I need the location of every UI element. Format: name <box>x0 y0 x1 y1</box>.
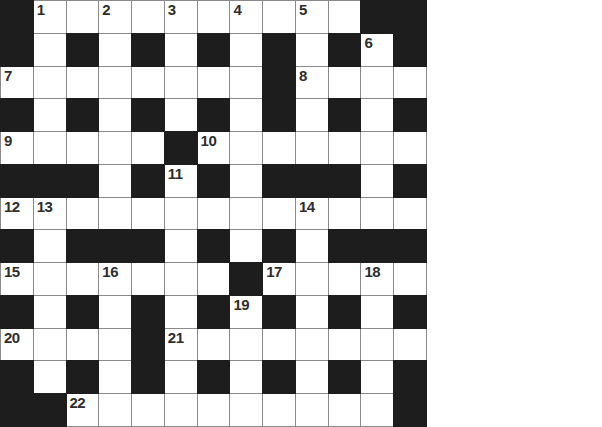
white-cell[interactable] <box>132 1 164 33</box>
black-cell <box>198 34 230 66</box>
white-cell[interactable] <box>296 230 328 262</box>
crossword-grid: 12345678910111213141516171819202122 <box>0 0 427 427</box>
white-cell[interactable] <box>263 329 295 361</box>
clue-number: 10 <box>201 133 217 149</box>
clue-number: 8 <box>299 68 307 84</box>
white-cell[interactable]: 18 <box>361 263 393 295</box>
white-cell[interactable] <box>361 132 393 164</box>
clue-number: 9 <box>4 133 12 149</box>
black-cell <box>132 296 164 328</box>
clue-number: 4 <box>233 2 241 18</box>
white-cell[interactable] <box>230 34 262 66</box>
clue-number: 7 <box>4 68 12 84</box>
white-cell[interactable]: 6 <box>361 34 393 66</box>
clue-number: 20 <box>4 330 20 346</box>
white-cell[interactable] <box>34 132 66 164</box>
black-cell <box>67 296 99 328</box>
black-cell <box>296 165 328 197</box>
clue-number: 22 <box>70 395 86 411</box>
black-cell <box>1 230 33 262</box>
black-cell <box>263 67 295 99</box>
white-cell[interactable] <box>296 361 328 393</box>
white-cell[interactable]: 8 <box>296 67 328 99</box>
white-cell[interactable]: 4 <box>230 1 262 33</box>
black-cell <box>263 165 295 197</box>
white-cell[interactable] <box>361 361 393 393</box>
clue-number: 19 <box>233 297 249 313</box>
white-cell[interactable] <box>329 263 361 295</box>
black-cell <box>132 34 164 66</box>
white-cell[interactable] <box>263 394 295 426</box>
white-cell[interactable]: 14 <box>296 198 328 230</box>
white-cell[interactable] <box>132 132 164 164</box>
white-cell[interactable] <box>394 132 426 164</box>
white-cell[interactable]: 20 <box>1 329 33 361</box>
black-cell <box>198 296 230 328</box>
white-cell[interactable] <box>99 361 131 393</box>
black-cell <box>67 230 99 262</box>
black-cell <box>361 230 393 262</box>
black-cell <box>329 99 361 131</box>
black-cell <box>263 361 295 393</box>
black-cell <box>394 296 426 328</box>
black-cell <box>198 230 230 262</box>
white-cell[interactable] <box>99 198 131 230</box>
black-cell <box>34 394 66 426</box>
clue-number: 18 <box>364 264 380 280</box>
white-cell[interactable] <box>394 67 426 99</box>
black-cell <box>329 165 361 197</box>
white-cell[interactable] <box>132 394 164 426</box>
white-cell[interactable] <box>198 1 230 33</box>
white-cell[interactable] <box>165 67 197 99</box>
clue-number: 3 <box>168 2 176 18</box>
white-cell[interactable] <box>361 165 393 197</box>
clue-number: 1 <box>37 2 45 18</box>
black-cell <box>329 361 361 393</box>
clue-number: 12 <box>4 199 20 215</box>
black-cell <box>165 132 197 164</box>
white-cell[interactable] <box>34 67 66 99</box>
black-cell <box>394 34 426 66</box>
clue-number: 21 <box>168 330 184 346</box>
white-cell[interactable] <box>34 34 66 66</box>
white-cell[interactable] <box>99 99 131 131</box>
black-cell <box>394 1 426 33</box>
white-cell[interactable]: 9 <box>1 132 33 164</box>
black-cell <box>329 296 361 328</box>
black-cell <box>132 230 164 262</box>
white-cell[interactable] <box>361 198 393 230</box>
black-cell <box>263 296 295 328</box>
clue-number: 17 <box>266 264 282 280</box>
white-cell[interactable]: 5 <box>296 1 328 33</box>
white-cell[interactable] <box>230 361 262 393</box>
black-cell <box>394 99 426 131</box>
black-cell <box>329 230 361 262</box>
white-cell[interactable] <box>165 230 197 262</box>
white-cell[interactable] <box>296 329 328 361</box>
black-cell <box>67 165 99 197</box>
white-cell[interactable] <box>34 296 66 328</box>
white-cell[interactable] <box>34 329 66 361</box>
black-cell <box>132 165 164 197</box>
white-cell[interactable]: 19 <box>230 296 262 328</box>
white-cell[interactable] <box>34 361 66 393</box>
clue-number: 14 <box>299 199 315 215</box>
black-cell <box>198 361 230 393</box>
black-cell <box>230 263 262 295</box>
white-cell[interactable] <box>165 394 197 426</box>
black-cell <box>394 165 426 197</box>
white-cell[interactable] <box>99 67 131 99</box>
black-cell <box>1 34 33 66</box>
white-cell[interactable] <box>99 132 131 164</box>
white-cell[interactable] <box>329 394 361 426</box>
black-cell <box>263 230 295 262</box>
white-cell[interactable] <box>67 329 99 361</box>
black-cell <box>1 99 33 131</box>
white-cell[interactable] <box>296 296 328 328</box>
clue-number: 5 <box>299 2 307 18</box>
white-cell[interactable] <box>34 99 66 131</box>
white-cell[interactable] <box>394 329 426 361</box>
clue-number: 11 <box>168 166 183 182</box>
white-cell[interactable]: 17 <box>263 263 295 295</box>
white-cell[interactable]: 11 <box>165 165 197 197</box>
black-cell <box>67 99 99 131</box>
black-cell <box>99 230 131 262</box>
clue-number: 2 <box>102 2 110 18</box>
white-cell[interactable] <box>230 99 262 131</box>
page: 12345678910111213141516171819202122 <box>0 0 602 427</box>
black-cell <box>263 34 295 66</box>
black-cell <box>132 99 164 131</box>
white-cell[interactable] <box>165 34 197 66</box>
black-cell <box>198 165 230 197</box>
white-cell[interactable]: 21 <box>165 329 197 361</box>
white-cell[interactable]: 7 <box>1 67 33 99</box>
black-cell <box>34 165 66 197</box>
white-cell[interactable] <box>230 67 262 99</box>
white-cell[interactable] <box>67 132 99 164</box>
white-cell[interactable] <box>230 198 262 230</box>
black-cell <box>1 165 33 197</box>
white-cell[interactable] <box>198 329 230 361</box>
white-cell[interactable] <box>296 263 328 295</box>
white-cell[interactable] <box>67 263 99 295</box>
black-cell <box>329 34 361 66</box>
white-cell[interactable] <box>165 263 197 295</box>
white-cell[interactable]: 1 <box>34 1 66 33</box>
white-cell[interactable] <box>198 67 230 99</box>
clue-number: 13 <box>37 199 53 215</box>
white-cell[interactable] <box>263 1 295 33</box>
white-cell[interactable] <box>361 394 393 426</box>
black-cell <box>67 34 99 66</box>
black-cell <box>263 99 295 131</box>
white-cell[interactable] <box>67 67 99 99</box>
white-cell[interactable] <box>394 263 426 295</box>
white-cell[interactable] <box>165 296 197 328</box>
black-cell <box>198 99 230 131</box>
white-cell[interactable] <box>99 329 131 361</box>
white-cell[interactable] <box>263 132 295 164</box>
white-cell[interactable] <box>263 198 295 230</box>
white-cell[interactable] <box>99 296 131 328</box>
white-cell[interactable] <box>198 198 230 230</box>
white-cell[interactable] <box>329 329 361 361</box>
white-cell[interactable] <box>230 394 262 426</box>
white-cell[interactable] <box>361 296 393 328</box>
black-cell <box>1 1 33 33</box>
white-cell[interactable] <box>329 198 361 230</box>
white-cell[interactable]: 3 <box>165 1 197 33</box>
white-cell[interactable] <box>99 165 131 197</box>
white-cell[interactable] <box>34 230 66 262</box>
white-cell[interactable] <box>67 1 99 33</box>
white-cell[interactable] <box>165 99 197 131</box>
white-cell[interactable]: 16 <box>99 263 131 295</box>
white-cell[interactable] <box>132 67 164 99</box>
white-cell[interactable] <box>132 198 164 230</box>
black-cell <box>132 329 164 361</box>
black-cell <box>1 394 33 426</box>
white-cell[interactable]: 15 <box>1 263 33 295</box>
white-cell[interactable] <box>67 198 99 230</box>
black-cell <box>1 296 33 328</box>
black-cell <box>132 361 164 393</box>
white-cell[interactable] <box>394 198 426 230</box>
white-cell[interactable] <box>34 263 66 295</box>
black-cell <box>361 1 393 33</box>
black-cell <box>67 361 99 393</box>
white-cell[interactable] <box>132 263 164 295</box>
white-cell[interactable] <box>329 132 361 164</box>
white-cell[interactable] <box>296 34 328 66</box>
white-cell[interactable] <box>361 99 393 131</box>
white-cell[interactable] <box>296 99 328 131</box>
white-cell[interactable] <box>230 165 262 197</box>
clue-number: 15 <box>4 264 20 280</box>
white-cell[interactable] <box>296 394 328 426</box>
white-cell[interactable]: 22 <box>67 394 99 426</box>
white-cell[interactable] <box>329 67 361 99</box>
white-cell[interactable] <box>198 263 230 295</box>
white-cell[interactable] <box>329 1 361 33</box>
white-cell[interactable] <box>99 34 131 66</box>
white-cell[interactable] <box>230 230 262 262</box>
clue-number: 6 <box>364 35 372 51</box>
white-cell[interactable] <box>165 361 197 393</box>
black-cell <box>394 394 426 426</box>
white-cell[interactable]: 12 <box>1 198 33 230</box>
white-cell[interactable] <box>165 198 197 230</box>
white-cell[interactable]: 2 <box>99 1 131 33</box>
clue-number: 16 <box>102 264 118 280</box>
white-cell[interactable] <box>198 394 230 426</box>
white-cell[interactable]: 13 <box>34 198 66 230</box>
black-cell <box>394 230 426 262</box>
white-cell[interactable] <box>230 132 262 164</box>
white-cell[interactable] <box>99 394 131 426</box>
white-cell[interactable] <box>296 132 328 164</box>
white-cell[interactable] <box>230 329 262 361</box>
white-cell[interactable] <box>361 329 393 361</box>
black-cell <box>1 361 33 393</box>
white-cell[interactable]: 10 <box>198 132 230 164</box>
white-cell[interactable] <box>361 67 393 99</box>
black-cell <box>394 361 426 393</box>
